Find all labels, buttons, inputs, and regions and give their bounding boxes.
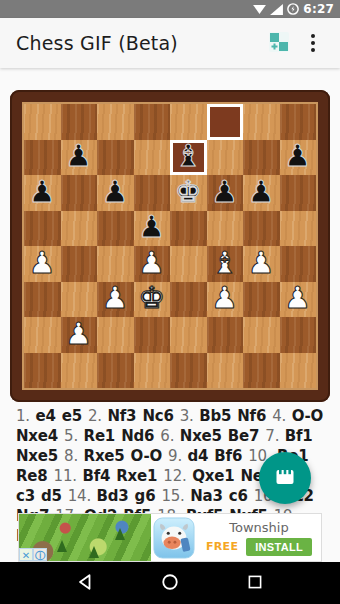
chess-board-frame: ♟♝♟♟♟♚♟♟♟♟♟♝♟♟♚♟♟♟ <box>10 90 330 402</box>
move-san: Be7 <box>228 427 265 445</box>
move-san: Bf4 <box>82 467 116 485</box>
ad-app-title: Township <box>229 520 288 535</box>
back-button[interactable] <box>61 562 109 604</box>
square-b8[interactable] <box>61 104 98 140</box>
ad-info-icon[interactable]: ⓘ <box>33 548 47 561</box>
move-san: g6 <box>135 487 162 505</box>
black-king-e6: ♚ <box>175 177 202 207</box>
ad-close-icon[interactable]: ✕ <box>19 548 33 561</box>
move-san: O-O <box>131 447 168 465</box>
square-h1[interactable] <box>280 353 317 389</box>
movie-gif-icon <box>273 465 297 492</box>
square-g7[interactable] <box>243 140 280 176</box>
square-f2[interactable] <box>207 317 244 353</box>
square-f4[interactable]: ♝ <box>207 246 244 282</box>
new-board-button[interactable] <box>262 26 296 60</box>
square-a5[interactable] <box>24 211 61 247</box>
battery-saver-icon <box>287 3 299 15</box>
recents-button[interactable] <box>231 562 279 604</box>
square-a6[interactable]: ♟ <box>24 175 61 211</box>
move-number: 11. <box>54 467 83 485</box>
white-pawn-h3: ♟ <box>284 283 311 313</box>
move-san: Re8 <box>16 467 54 485</box>
square-g4[interactable]: ♟ <box>243 246 280 282</box>
move-san: c6 <box>229 487 254 505</box>
square-h7[interactable]: ♟ <box>280 140 317 176</box>
black-pawn-a6: ♟ <box>29 177 56 207</box>
move-san: c3 <box>16 487 41 505</box>
overflow-menu-icon <box>311 34 315 52</box>
move-san: Nd6 <box>121 427 160 445</box>
ad-info-panel: Township FREE INSTALL <box>197 514 321 561</box>
move-san: Nxe5 <box>16 447 64 465</box>
square-h6[interactable] <box>280 175 317 211</box>
square-b6[interactable] <box>61 175 98 211</box>
wifi-icon <box>253 4 266 15</box>
move-number: 12. <box>163 467 192 485</box>
square-g3[interactable] <box>243 282 280 318</box>
square-a4[interactable]: ♟ <box>24 246 61 282</box>
chess-board[interactable]: ♟♝♟♟♟♚♟♟♟♟♟♝♟♟♚♟♟♟ <box>22 102 318 390</box>
square-f1[interactable] <box>207 353 244 389</box>
square-c8[interactable] <box>97 104 134 140</box>
square-c7[interactable] <box>97 140 134 176</box>
move-number: 14. <box>68 487 97 505</box>
square-c4[interactable] <box>97 246 134 282</box>
move-san: Nf6 <box>237 407 272 425</box>
android-nav-bar <box>0 562 340 604</box>
white-king-d3: ♚ <box>138 283 165 313</box>
square-b3[interactable] <box>61 282 98 318</box>
square-a1[interactable] <box>24 353 61 389</box>
move-number: 9. <box>168 447 187 465</box>
square-d7[interactable] <box>134 140 171 176</box>
square-e8[interactable] <box>170 104 207 140</box>
ad-app-icon[interactable] <box>151 514 197 561</box>
square-f8[interactable] <box>207 104 244 140</box>
square-g6[interactable]: ♟ <box>243 175 280 211</box>
square-h4[interactable] <box>280 246 317 282</box>
square-g8[interactable] <box>243 104 280 140</box>
move-number: 15. <box>161 487 190 505</box>
black-pawn-h7: ♟ <box>284 141 311 171</box>
white-bishop-f4: ♝ <box>211 248 238 278</box>
square-d2[interactable] <box>134 317 171 353</box>
move-san: Na3 <box>190 487 229 505</box>
square-d3[interactable]: ♚ <box>134 282 171 318</box>
square-h3[interactable]: ♟ <box>280 282 317 318</box>
move-san: e4 <box>35 407 61 425</box>
move-san: Bd3 <box>97 487 135 505</box>
move-number: 6. <box>160 427 179 445</box>
square-e4[interactable] <box>170 246 207 282</box>
ad-badges: ✕ ⓘ <box>19 548 47 561</box>
black-pawn-d5: ♟ <box>138 212 165 242</box>
square-g5[interactable] <box>243 211 280 247</box>
move-san: Rxe1 <box>116 467 163 485</box>
square-d1[interactable] <box>134 353 171 389</box>
square-c6[interactable]: ♟ <box>97 175 134 211</box>
move-san: O-O <box>292 407 323 425</box>
square-e3[interactable] <box>170 282 207 318</box>
square-a2[interactable] <box>24 317 61 353</box>
square-d8[interactable] <box>134 104 171 140</box>
board-plus-icon <box>268 31 290 56</box>
move-san: Bb5 <box>199 407 237 425</box>
create-gif-fab[interactable] <box>259 452 311 504</box>
square-h8[interactable] <box>280 104 317 140</box>
home-icon <box>161 573 179 594</box>
square-e6[interactable]: ♚ <box>170 175 207 211</box>
app-bar: Chess GIF (Beta) <box>0 18 340 68</box>
move-san: Bf1 <box>285 427 313 445</box>
phone-screen: 6:27 Chess GIF (Beta) ♟♝♟♟♟♚♟♟♟♟♟♝♟♟♚♟♟♟… <box>0 0 340 604</box>
square-a8[interactable] <box>24 104 61 140</box>
move-number: 8. <box>64 447 83 465</box>
move-number: 7. <box>265 427 284 445</box>
square-h5[interactable] <box>280 211 317 247</box>
cellular-icon <box>270 4 283 15</box>
white-pawn-g4: ♟ <box>248 248 275 278</box>
square-d6[interactable] <box>134 175 171 211</box>
ad-price-label: FREE <box>206 540 238 553</box>
square-e7[interactable]: ♝ <box>170 140 207 176</box>
black-pawn-g6: ♟ <box>248 177 275 207</box>
square-c1[interactable] <box>97 353 134 389</box>
home-button[interactable] <box>146 562 194 604</box>
move-san: e5 <box>62 407 88 425</box>
recents-icon <box>247 574 263 593</box>
move-san: Rxe5 <box>84 447 131 465</box>
move-number: 4. <box>272 407 291 425</box>
status-bar: 6:27 <box>0 0 340 18</box>
white-pawn-a4: ♟ <box>29 248 56 278</box>
status-time: 6:27 <box>303 2 334 16</box>
square-d4[interactable]: ♟ <box>134 246 171 282</box>
move-san: Qxe1 <box>192 467 240 485</box>
square-b5[interactable] <box>61 211 98 247</box>
move-san: d5 <box>41 487 68 505</box>
black-bishop-e7: ♝ <box>175 141 202 171</box>
ad-install-button[interactable]: INSTALL <box>246 538 312 556</box>
square-e2[interactable] <box>170 317 207 353</box>
move-san: Nf3 <box>107 407 142 425</box>
tree-icon <box>57 540 67 552</box>
white-pawn-d4: ♟ <box>138 248 165 278</box>
square-f5[interactable] <box>207 211 244 247</box>
square-c5[interactable] <box>97 211 134 247</box>
tree-icon <box>89 546 99 558</box>
move-san: Re1 <box>84 427 122 445</box>
white-pawn-f3: ♟ <box>211 283 238 313</box>
move-san: Nc6 <box>142 407 179 425</box>
move-number: 1. <box>16 407 35 425</box>
square-c2[interactable] <box>97 317 134 353</box>
square-d5[interactable]: ♟ <box>134 211 171 247</box>
square-f6[interactable]: ♟ <box>207 175 244 211</box>
square-e5[interactable] <box>170 211 207 247</box>
square-g1[interactable] <box>243 353 280 389</box>
square-h2[interactable] <box>280 317 317 353</box>
square-a3[interactable] <box>24 282 61 318</box>
move-number: 3. <box>180 407 199 425</box>
square-b1[interactable] <box>61 353 98 389</box>
move-san: Nxe5 <box>180 427 228 445</box>
overflow-menu-button[interactable] <box>296 26 330 60</box>
black-pawn-c6: ♟ <box>102 177 129 207</box>
white-pawn-c3: ♟ <box>102 283 129 313</box>
square-c3[interactable]: ♟ <box>97 282 134 318</box>
move-san: Nxe4 <box>16 427 64 445</box>
square-f7[interactable] <box>207 140 244 176</box>
move-number: 5. <box>64 427 83 445</box>
square-b4[interactable] <box>61 246 98 282</box>
white-pawn-b2: ♟ <box>65 319 92 349</box>
app-title: Chess GIF (Beta) <box>16 32 262 54</box>
move-san: d4 <box>188 447 215 465</box>
move-number: 2. <box>88 407 107 425</box>
square-g2[interactable] <box>243 317 280 353</box>
black-pawn-b7: ♟ <box>65 141 92 171</box>
back-icon <box>76 573 94 594</box>
tree-icon <box>115 528 125 540</box>
square-b7[interactable]: ♟ <box>61 140 98 176</box>
black-pawn-f6: ♟ <box>211 177 238 207</box>
square-a7[interactable] <box>24 140 61 176</box>
ad-banner[interactable]: Township FREE INSTALL ✕ ⓘ <box>18 513 322 562</box>
square-e1[interactable] <box>170 353 207 389</box>
square-f3[interactable]: ♟ <box>207 282 244 318</box>
move-san: Bf6 <box>214 447 248 465</box>
square-b2[interactable]: ♟ <box>61 317 98 353</box>
